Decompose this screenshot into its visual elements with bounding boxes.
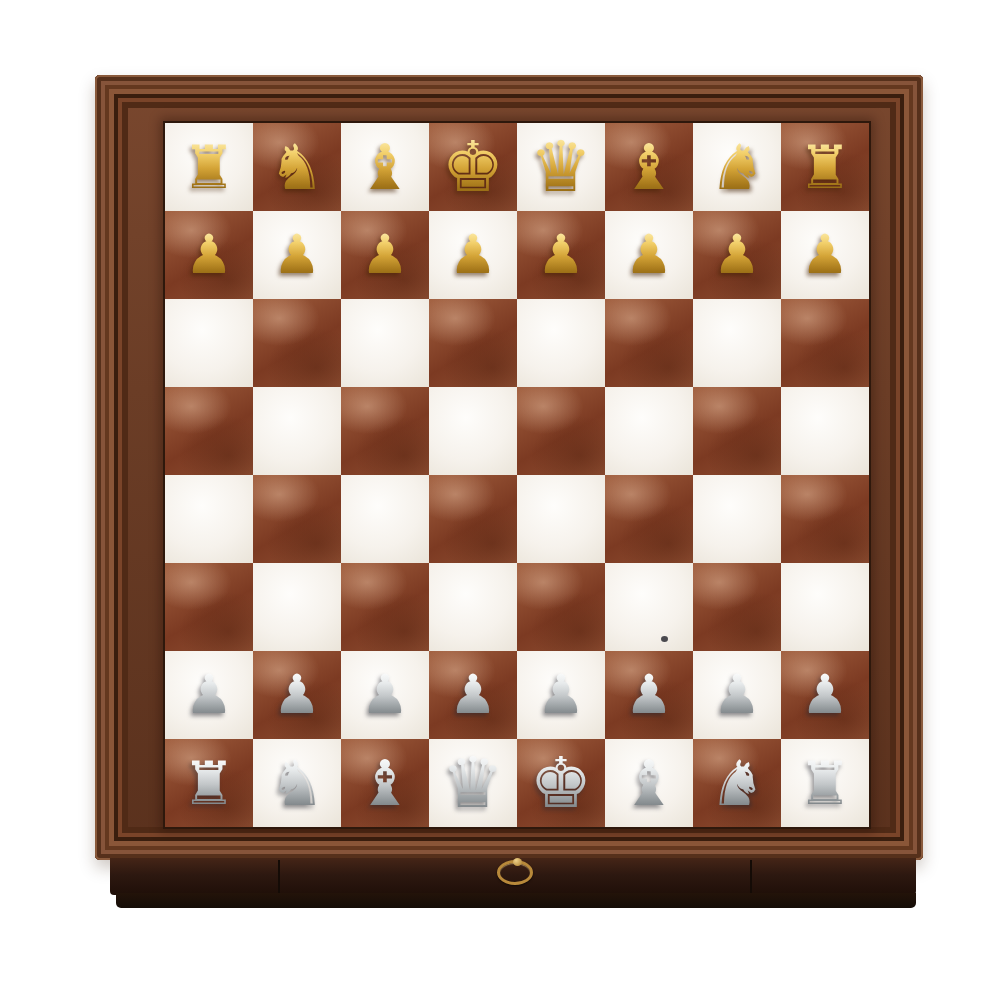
gold-pawn[interactable]: ♟ (449, 228, 497, 282)
square-h7[interactable]: ♟ (781, 211, 869, 299)
gold-pawn[interactable]: ♟ (273, 228, 321, 282)
square-b8[interactable]: ♞ (253, 123, 341, 211)
square-g4[interactable] (693, 475, 781, 563)
silver-bishop[interactable]: ♝ (357, 752, 413, 815)
square-c5[interactable] (341, 387, 429, 475)
square-e4[interactable] (517, 475, 605, 563)
silver-pawn[interactable]: ♟ (801, 668, 849, 722)
gold-knight[interactable]: ♞ (269, 136, 325, 199)
square-b4[interactable] (253, 475, 341, 563)
square-e3[interactable] (517, 563, 605, 651)
square-h1[interactable]: ♜ (781, 739, 869, 827)
square-e1[interactable]: ♚ (517, 739, 605, 827)
square-g8[interactable]: ♞ (693, 123, 781, 211)
square-c3[interactable] (341, 563, 429, 651)
square-d6[interactable] (429, 299, 517, 387)
drawer-ring-pull-icon (497, 860, 533, 885)
square-g1[interactable]: ♞ (693, 739, 781, 827)
square-c2[interactable]: ♟ (341, 651, 429, 739)
gold-knight[interactable]: ♞ (709, 136, 765, 199)
square-e8[interactable]: ♛ (517, 123, 605, 211)
square-b3[interactable] (253, 563, 341, 651)
square-a1[interactable]: ♜ (165, 739, 253, 827)
silver-pawn[interactable]: ♟ (713, 668, 761, 722)
square-d5[interactable] (429, 387, 517, 475)
square-b1[interactable]: ♞ (253, 739, 341, 827)
square-e2[interactable]: ♟ (517, 651, 605, 739)
gold-rook[interactable]: ♜ (182, 137, 236, 197)
square-f5[interactable] (605, 387, 693, 475)
gold-pawn[interactable]: ♟ (801, 228, 849, 282)
square-h2[interactable]: ♟ (781, 651, 869, 739)
square-g7[interactable]: ♟ (693, 211, 781, 299)
drawer-seam-right (750, 860, 752, 893)
square-b7[interactable]: ♟ (253, 211, 341, 299)
gold-queen[interactable]: ♛ (530, 132, 593, 202)
square-d7[interactable]: ♟ (429, 211, 517, 299)
square-d1[interactable]: ♛ (429, 739, 517, 827)
silver-king[interactable]: ♚ (530, 748, 593, 818)
square-d4[interactable] (429, 475, 517, 563)
square-f3[interactable] (605, 563, 693, 651)
square-f6[interactable] (605, 299, 693, 387)
square-f2[interactable]: ♟ (605, 651, 693, 739)
gold-pawn[interactable]: ♟ (713, 228, 761, 282)
square-d3[interactable] (429, 563, 517, 651)
silver-pawn[interactable]: ♟ (361, 668, 409, 722)
square-d2[interactable]: ♟ (429, 651, 517, 739)
square-g6[interactable] (693, 299, 781, 387)
square-e6[interactable] (517, 299, 605, 387)
gold-bishop[interactable]: ♝ (357, 136, 413, 199)
silver-rook[interactable]: ♜ (798, 753, 852, 813)
square-f7[interactable]: ♟ (605, 211, 693, 299)
gold-pawn[interactable]: ♟ (185, 228, 233, 282)
square-g5[interactable] (693, 387, 781, 475)
chess-board: ♜♞♝♚♛♝♞♜♟♟♟♟♟♟♟♟♟♟♟♟♟♟♟♟♜♞♝♛♚♝♞♜ (163, 121, 871, 829)
silver-knight[interactable]: ♞ (269, 752, 325, 815)
square-a6[interactable] (165, 299, 253, 387)
square-b5[interactable] (253, 387, 341, 475)
square-c8[interactable]: ♝ (341, 123, 429, 211)
gold-pawn[interactable]: ♟ (537, 228, 585, 282)
square-c6[interactable] (341, 299, 429, 387)
silver-pawn[interactable]: ♟ (625, 668, 673, 722)
gold-pawn[interactable]: ♟ (625, 228, 673, 282)
square-h5[interactable] (781, 387, 869, 475)
square-g3[interactable] (693, 563, 781, 651)
square-b2[interactable]: ♟ (253, 651, 341, 739)
square-f4[interactable] (605, 475, 693, 563)
silver-bishop[interactable]: ♝ (621, 752, 677, 815)
square-a5[interactable] (165, 387, 253, 475)
square-f1[interactable]: ♝ (605, 739, 693, 827)
square-e5[interactable] (517, 387, 605, 475)
square-c1[interactable]: ♝ (341, 739, 429, 827)
square-h3[interactable] (781, 563, 869, 651)
silver-pawn[interactable]: ♟ (185, 668, 233, 722)
silver-pawn[interactable]: ♟ (449, 668, 497, 722)
square-b6[interactable] (253, 299, 341, 387)
square-c7[interactable]: ♟ (341, 211, 429, 299)
drawer-seam-left (278, 860, 280, 893)
square-a4[interactable] (165, 475, 253, 563)
square-h4[interactable] (781, 475, 869, 563)
square-h8[interactable]: ♜ (781, 123, 869, 211)
square-c4[interactable] (341, 475, 429, 563)
case-base-shadow (116, 893, 916, 908)
square-h6[interactable] (781, 299, 869, 387)
square-a8[interactable]: ♜ (165, 123, 253, 211)
square-a2[interactable]: ♟ (165, 651, 253, 739)
silver-knight[interactable]: ♞ (709, 752, 765, 815)
marble-speck (661, 636, 668, 642)
silver-pawn[interactable]: ♟ (273, 668, 321, 722)
silver-queen[interactable]: ♛ (442, 748, 505, 818)
square-a7[interactable]: ♟ (165, 211, 253, 299)
gold-pawn[interactable]: ♟ (361, 228, 409, 282)
silver-pawn[interactable]: ♟ (537, 668, 585, 722)
gold-king[interactable]: ♚ (442, 132, 505, 202)
square-d8[interactable]: ♚ (429, 123, 517, 211)
square-g2[interactable]: ♟ (693, 651, 781, 739)
chess-board-case: ♜♞♝♚♛♝♞♜♟♟♟♟♟♟♟♟♟♟♟♟♟♟♟♟♜♞♝♛♚♝♞♜ (95, 75, 923, 860)
square-a3[interactable] (165, 563, 253, 651)
gold-rook[interactable]: ♜ (798, 137, 852, 197)
square-f8[interactable]: ♝ (605, 123, 693, 211)
silver-rook[interactable]: ♜ (182, 753, 236, 813)
gold-bishop[interactable]: ♝ (621, 136, 677, 199)
square-e7[interactable]: ♟ (517, 211, 605, 299)
ring-mount-icon (513, 858, 522, 866)
